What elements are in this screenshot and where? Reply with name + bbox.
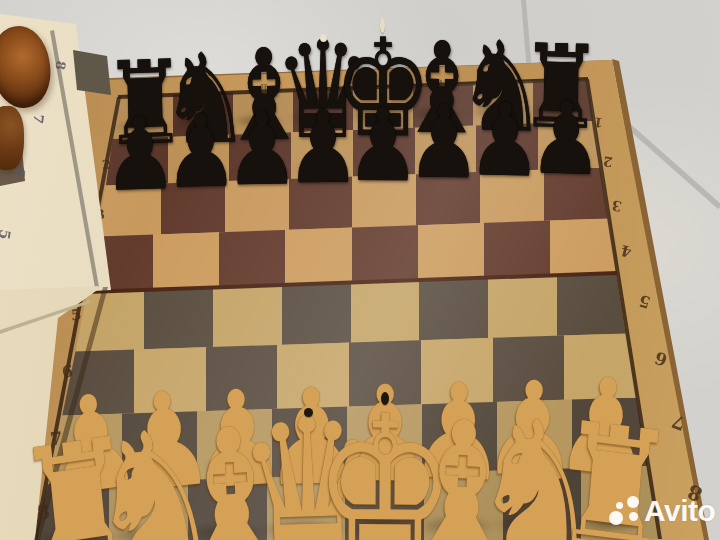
watermark: Avito <box>606 492 720 536</box>
piece-finial-e8 <box>381 392 389 405</box>
square-e5[interactable] <box>351 274 420 352</box>
watermark-text: Avito <box>644 494 715 528</box>
watermark-logo-dot <box>616 502 623 509</box>
piece-finial-d1 <box>320 34 327 42</box>
piece-black-pawn-h2[interactable]: ♟ <box>528 86 604 189</box>
watermark-logo-dot <box>609 511 623 525</box>
brown-wooden-piece <box>0 106 24 170</box>
watermark-logo-dot <box>627 496 639 508</box>
chess-set-photo: 123456782345678абвгдежз8765 ♜♞♝♛♚♝♞♜♟♟♟♟… <box>0 0 720 540</box>
watermark-logo-dot <box>629 512 638 521</box>
piece-finial-d8 <box>304 408 313 417</box>
second-board-rank-label-5: 5 <box>0 228 14 241</box>
